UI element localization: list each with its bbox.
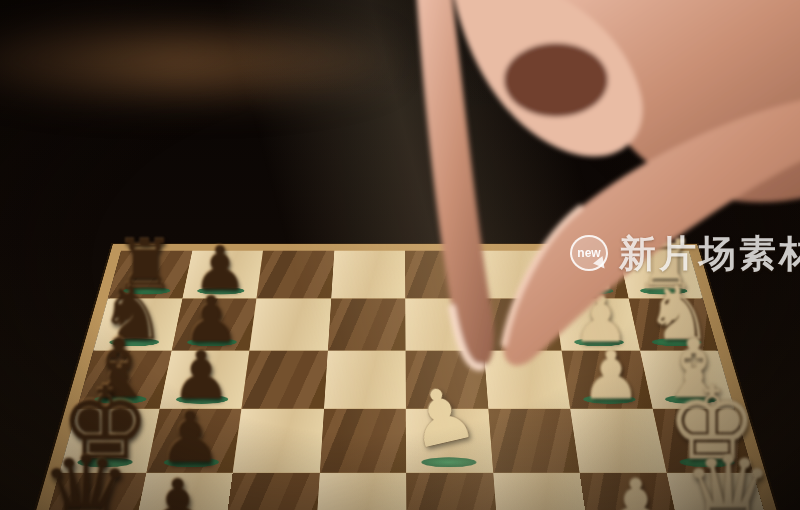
- felt-base-g2: [574, 338, 625, 346]
- square-e2: [570, 408, 666, 472]
- square-g7: ♟: [171, 298, 256, 350]
- felt-base-f7: [175, 395, 229, 404]
- square-f2: ♟: [562, 351, 653, 409]
- square-e6: [233, 408, 324, 472]
- square-d7: ♟: [131, 473, 233, 510]
- felt-base-f8: [93, 395, 147, 404]
- felt-base-e7: [163, 457, 220, 467]
- square-d2: ♟: [580, 473, 682, 510]
- board: ♜♟♟♜♞♟♟♞♝♟♟♝♚♟♟♚♛♟♟♛♝♟♟♝♞♟♟♞♜♟♟♜: [0, 244, 800, 510]
- square-f5: [324, 351, 406, 409]
- square-f7: ♟: [159, 351, 249, 409]
- square-g2: ♟: [554, 298, 640, 350]
- square-h1: ♜: [618, 251, 703, 299]
- felt-base-e4: [421, 457, 476, 467]
- square-f1: ♝: [640, 351, 735, 409]
- felt-base-g7: [186, 338, 237, 346]
- felt-base-g1: [651, 338, 703, 346]
- square-d3: [493, 473, 590, 510]
- felt-base-f2: [583, 395, 637, 404]
- square-f8: ♝: [77, 351, 171, 409]
- square-h5: [331, 251, 405, 299]
- photo-stage: ♜♟♟♜♞♟♟♞♝♟♟♝♚♟♟♚♛♟♟♛♝♟♟♝♞♟♟♞♜♟♟♜: [0, 0, 800, 510]
- square-e7: ♟: [146, 408, 241, 472]
- square-e1: ♚: [652, 408, 753, 472]
- square-e4: ♟: [406, 408, 493, 472]
- square-f3: [484, 351, 571, 409]
- square-g8: ♞: [93, 298, 182, 350]
- felt-base-h2: [566, 287, 615, 294]
- square-g5: [327, 298, 405, 350]
- square-h3: [476, 251, 554, 299]
- felt-base-h8: [122, 287, 171, 294]
- square-d8: ♛: [39, 473, 146, 510]
- square-g1: ♞: [628, 298, 717, 350]
- board-scene: ♜♟♟♜♞♟♟♞♝♟♟♝♚♟♟♚♛♟♟♛♝♟♟♝♞♟♟♞♜♟♟♜: [0, 0, 800, 510]
- square-f4: [406, 351, 488, 409]
- felt-base-e1: [678, 457, 736, 467]
- square-g6: [249, 298, 331, 350]
- square-h6: [257, 251, 334, 299]
- piece-black-pawn-d7: ♟: [131, 472, 223, 510]
- square-h7: ♟: [182, 251, 263, 299]
- square-d6: [223, 473, 320, 510]
- square-d4: [406, 473, 498, 510]
- square-h4: [405, 251, 480, 299]
- felt-base-f1: [664, 395, 718, 404]
- square-g4: [405, 298, 483, 350]
- square-f6: [242, 351, 328, 409]
- square-g3: [480, 298, 562, 350]
- felt-base-h7: [196, 287, 245, 294]
- square-h2: ♟: [547, 251, 628, 299]
- square-d5: [315, 473, 407, 510]
- square-d1: ♛: [666, 473, 773, 510]
- felt-base-e8: [76, 457, 133, 467]
- square-h8: ♜: [108, 251, 192, 299]
- felt-base-h1: [639, 287, 688, 294]
- square-e5: [319, 408, 406, 472]
- square-e8: ♚: [59, 408, 159, 472]
- felt-base-g8: [109, 338, 161, 346]
- square-e3: [488, 408, 580, 472]
